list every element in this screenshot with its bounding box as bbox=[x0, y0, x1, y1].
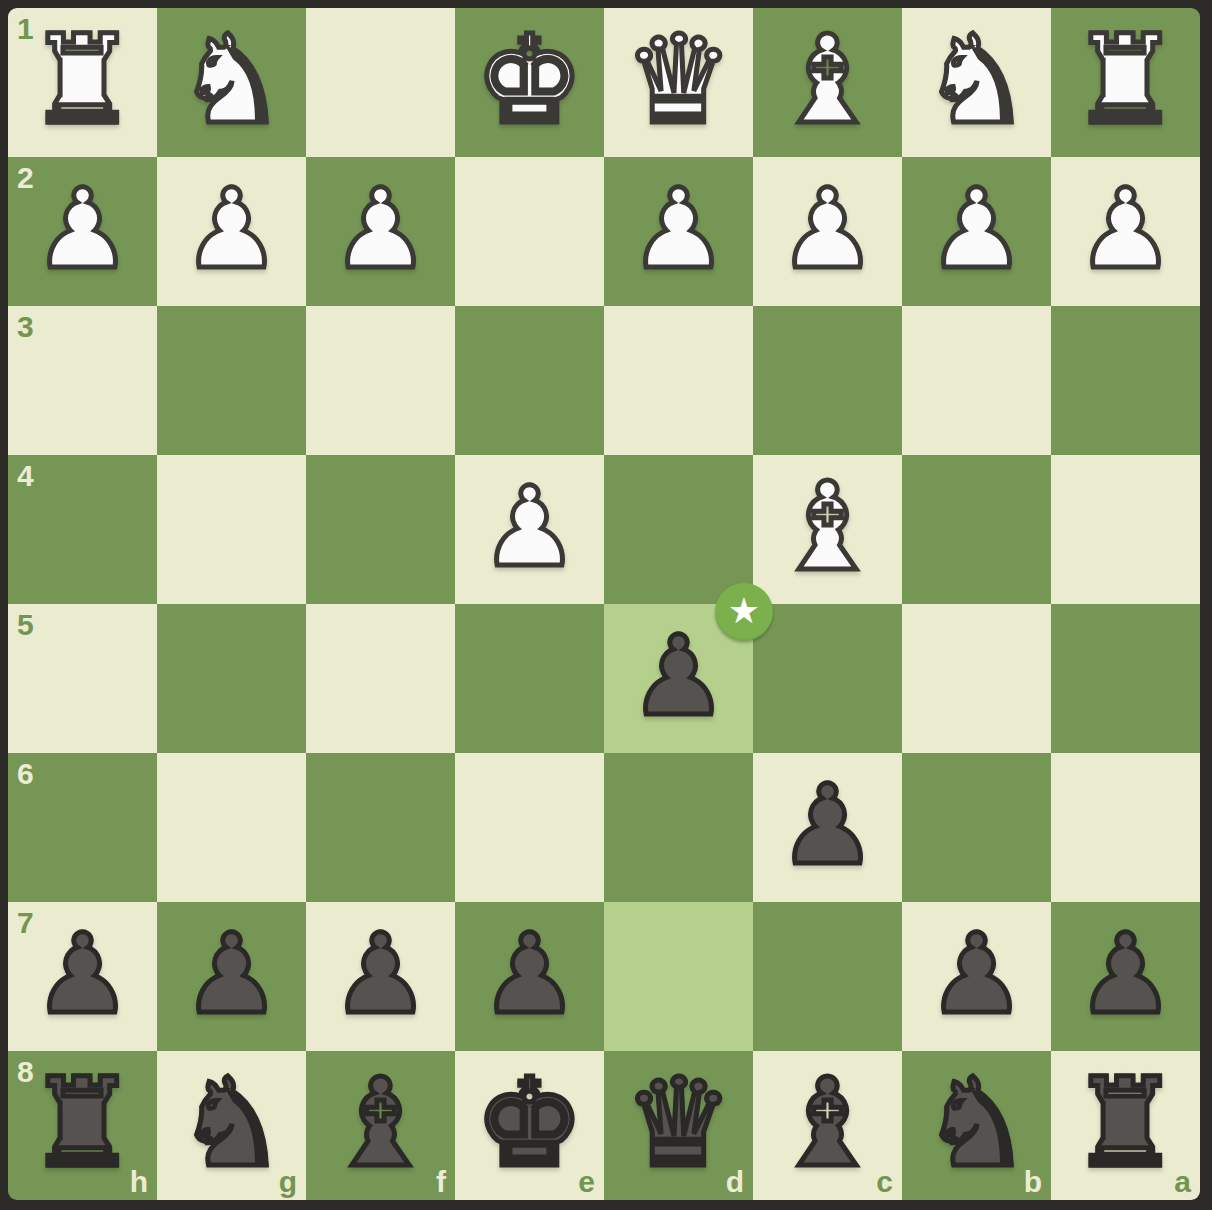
square-h4[interactable]: 4 bbox=[8, 455, 157, 604]
white-pawn-d2[interactable]: ♟ bbox=[604, 157, 753, 306]
square-c2[interactable]: ♟ bbox=[753, 157, 902, 306]
square-a7[interactable]: ♟ bbox=[1051, 902, 1200, 1051]
square-a3[interactable] bbox=[1051, 306, 1200, 455]
black-pawn-e7[interactable]: ♟ bbox=[455, 902, 604, 1051]
square-d3[interactable] bbox=[604, 306, 753, 455]
square-b2[interactable]: ♟ bbox=[902, 157, 1051, 306]
square-g1[interactable]: ♞ bbox=[157, 8, 306, 157]
square-c4[interactable]: ♝ bbox=[753, 455, 902, 604]
square-f5[interactable] bbox=[306, 604, 455, 753]
white-knight-b1[interactable]: ♞ bbox=[902, 8, 1051, 157]
white-bishop-c4[interactable]: ♝ bbox=[753, 455, 902, 604]
square-g8[interactable]: g♞ bbox=[157, 1051, 306, 1200]
white-knight-g1[interactable]: ♞ bbox=[157, 8, 306, 157]
white-pawn-g2[interactable]: ♟ bbox=[157, 157, 306, 306]
square-e3[interactable] bbox=[455, 306, 604, 455]
square-b7[interactable]: ♟ bbox=[902, 902, 1051, 1051]
square-c1[interactable]: ♝ bbox=[753, 8, 902, 157]
square-a1[interactable]: ♜ bbox=[1051, 8, 1200, 157]
black-king-e8[interactable]: ♚ bbox=[455, 1051, 604, 1200]
rank-label-3: 3 bbox=[17, 312, 34, 342]
square-b5[interactable] bbox=[902, 604, 1051, 753]
white-queen-d1[interactable]: ♛ bbox=[604, 8, 753, 157]
square-g3[interactable] bbox=[157, 306, 306, 455]
square-c6[interactable]: ♟ bbox=[753, 753, 902, 902]
square-a2[interactable]: ♟ bbox=[1051, 157, 1200, 306]
square-h8[interactable]: 8h♜ bbox=[8, 1051, 157, 1200]
black-pawn-b7[interactable]: ♟ bbox=[902, 902, 1051, 1051]
square-f4[interactable] bbox=[306, 455, 455, 604]
square-d4[interactable] bbox=[604, 455, 753, 604]
chess-board: 1♜♞♚♛♝♞♜2♟♟♟♟♟♟♟34♟♝5♟★6♟7♟♟♟♟♟♟8h♜g♞f♝e… bbox=[8, 8, 1200, 1200]
black-bishop-c8[interactable]: ♝ bbox=[753, 1051, 902, 1200]
square-g7[interactable]: ♟ bbox=[157, 902, 306, 1051]
square-a8[interactable]: a♜ bbox=[1051, 1051, 1200, 1200]
rank-label-6: 6 bbox=[17, 759, 34, 789]
square-f8[interactable]: f♝ bbox=[306, 1051, 455, 1200]
white-pawn-a2[interactable]: ♟ bbox=[1051, 157, 1200, 306]
square-b3[interactable] bbox=[902, 306, 1051, 455]
rank-label-5: 5 bbox=[17, 610, 34, 640]
square-e5[interactable] bbox=[455, 604, 604, 753]
square-f2[interactable]: ♟ bbox=[306, 157, 455, 306]
square-c7[interactable] bbox=[753, 902, 902, 1051]
square-g5[interactable] bbox=[157, 604, 306, 753]
square-b6[interactable] bbox=[902, 753, 1051, 902]
square-h5[interactable]: 5 bbox=[8, 604, 157, 753]
black-knight-g8[interactable]: ♞ bbox=[157, 1051, 306, 1200]
square-e2[interactable] bbox=[455, 157, 604, 306]
white-pawn-e4[interactable]: ♟ bbox=[455, 455, 604, 604]
black-pawn-a7[interactable]: ♟ bbox=[1051, 902, 1200, 1051]
square-e4[interactable]: ♟ bbox=[455, 455, 604, 604]
square-d2[interactable]: ♟ bbox=[604, 157, 753, 306]
square-d6[interactable] bbox=[604, 753, 753, 902]
square-e1[interactable]: ♚ bbox=[455, 8, 604, 157]
square-h3[interactable]: 3 bbox=[8, 306, 157, 455]
white-king-e1[interactable]: ♚ bbox=[455, 8, 604, 157]
square-h7[interactable]: 7♟ bbox=[8, 902, 157, 1051]
square-d1[interactable]: ♛ bbox=[604, 8, 753, 157]
square-b8[interactable]: b♞ bbox=[902, 1051, 1051, 1200]
black-knight-b8[interactable]: ♞ bbox=[902, 1051, 1051, 1200]
square-c8[interactable]: c♝ bbox=[753, 1051, 902, 1200]
square-a6[interactable] bbox=[1051, 753, 1200, 902]
white-rook-h1[interactable]: ♜ bbox=[8, 8, 157, 157]
square-e7[interactable]: ♟ bbox=[455, 902, 604, 1051]
square-h6[interactable]: 6 bbox=[8, 753, 157, 902]
square-e8[interactable]: e♚ bbox=[455, 1051, 604, 1200]
white-pawn-h2[interactable]: ♟ bbox=[8, 157, 157, 306]
square-d7[interactable] bbox=[604, 902, 753, 1051]
black-rook-a8[interactable]: ♜ bbox=[1051, 1051, 1200, 1200]
square-d8[interactable]: d♛ bbox=[604, 1051, 753, 1200]
board-frame: 1♜♞♚♛♝♞♜2♟♟♟♟♟♟♟34♟♝5♟★6♟7♟♟♟♟♟♟8h♜g♞f♝e… bbox=[0, 0, 1212, 1210]
square-h1[interactable]: 1♜ bbox=[8, 8, 157, 157]
square-d5[interactable]: ♟★ bbox=[604, 604, 753, 753]
star-icon: ★ bbox=[728, 593, 760, 632]
white-bishop-c1[interactable]: ♝ bbox=[753, 8, 902, 157]
white-pawn-c2[interactable]: ♟ bbox=[753, 157, 902, 306]
square-h2[interactable]: 2♟ bbox=[8, 157, 157, 306]
square-a5[interactable] bbox=[1051, 604, 1200, 753]
square-g2[interactable]: ♟ bbox=[157, 157, 306, 306]
square-f7[interactable]: ♟ bbox=[306, 902, 455, 1051]
black-queen-d8[interactable]: ♛ bbox=[604, 1051, 753, 1200]
square-f3[interactable] bbox=[306, 306, 455, 455]
white-pawn-b2[interactable]: ♟ bbox=[902, 157, 1051, 306]
square-b1[interactable]: ♞ bbox=[902, 8, 1051, 157]
black-pawn-g7[interactable]: ♟ bbox=[157, 902, 306, 1051]
white-rook-a1[interactable]: ♜ bbox=[1051, 8, 1200, 157]
black-pawn-f7[interactable]: ♟ bbox=[306, 902, 455, 1051]
square-g6[interactable] bbox=[157, 753, 306, 902]
square-b4[interactable] bbox=[902, 455, 1051, 604]
white-pawn-f2[interactable]: ♟ bbox=[306, 157, 455, 306]
square-e6[interactable] bbox=[455, 753, 604, 902]
best-move-badge: ★ bbox=[715, 583, 773, 641]
square-c5[interactable] bbox=[753, 604, 902, 753]
square-c3[interactable] bbox=[753, 306, 902, 455]
rank-label-4: 4 bbox=[17, 461, 34, 491]
black-bishop-f8[interactable]: ♝ bbox=[306, 1051, 455, 1200]
black-pawn-h7[interactable]: ♟ bbox=[8, 902, 157, 1051]
square-f6[interactable] bbox=[306, 753, 455, 902]
square-f1[interactable] bbox=[306, 8, 455, 157]
black-rook-h8[interactable]: ♜ bbox=[8, 1051, 157, 1200]
black-pawn-c6[interactable]: ♟ bbox=[753, 753, 902, 902]
square-g4[interactable] bbox=[157, 455, 306, 604]
square-a4[interactable] bbox=[1051, 455, 1200, 604]
